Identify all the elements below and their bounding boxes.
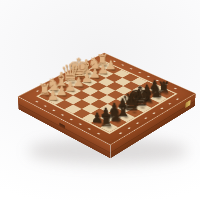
coordinate-dot [43, 105, 47, 107]
coordinate-dot [176, 98, 180, 100]
white-pawn: ♟ [47, 89, 59, 102]
board-frame: ♜♟♟♜♞♟♟♞♝♟♟♝♚♟♟♚♛♟♟♛♝♟♟♝♞♟♟♞♜♟♟♜ [18, 53, 196, 145]
coordinate-dot [160, 107, 164, 109]
coordinate-dot [136, 122, 140, 124]
coordinate-dot [119, 132, 123, 134]
coordinate-dot [52, 109, 56, 111]
coordinate-dot [129, 68, 132, 70]
coordinate-dot [168, 103, 172, 105]
coordinate-dot [127, 127, 131, 129]
coordinate-dot [35, 101, 39, 103]
fold-seam [59, 123, 65, 130]
black-rook: ♜ [99, 113, 113, 129]
coordinate-dot [61, 114, 65, 116]
coordinate-dot [78, 123, 82, 125]
coordinate-dot [69, 118, 73, 120]
photo-background: ♜♟♟♜♞♟♟♞♝♟♟♝♚♟♟♚♛♟♟♛♝♟♟♝♞♟♟♞♜♟♟♜ [0, 0, 200, 200]
coordinate-dot [152, 112, 156, 114]
coordinate-dot [138, 72, 142, 74]
coordinate-dot [87, 128, 91, 130]
coordinate-dot [121, 64, 124, 66]
chess-board: ♜♟♟♜♞♟♟♞♝♟♟♝♚♟♟♚♛♟♟♛♝♟♟♝♞♟♟♞♜♟♟♜ [18, 53, 196, 145]
scene: ♜♟♟♜♞♟♟♞♝♟♟♝♚♟♟♚♛♟♟♛♝♟♟♝♞♟♟♞♜♟♟♜ [0, 0, 200, 200]
brass-hinge-icon [185, 100, 190, 108]
coordinate-dot [97, 133, 101, 135]
coordinate-dot [144, 117, 148, 119]
coordinate-dot [174, 88, 178, 90]
